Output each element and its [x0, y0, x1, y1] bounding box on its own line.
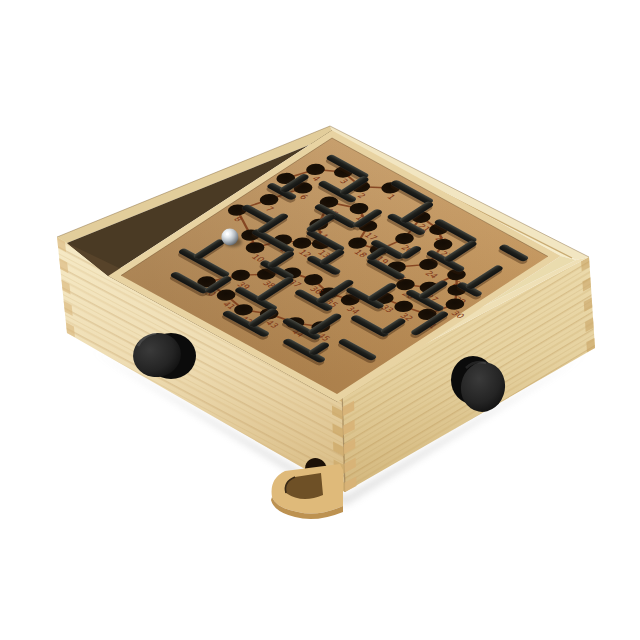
- photo-stage: 1234567891011121314151617181920212223242…: [0, 0, 640, 640]
- steel-ball: [221, 228, 238, 245]
- labyrinth-game-photo: 1234567891011121314151617181920212223242…: [0, 0, 640, 640]
- ball-highlight: [226, 232, 229, 235]
